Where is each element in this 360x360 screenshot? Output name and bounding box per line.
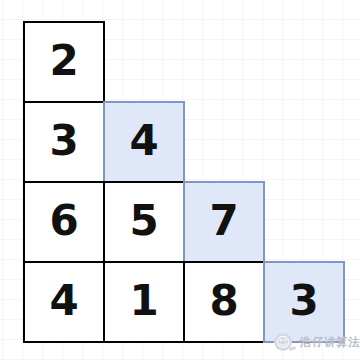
cell-value: 6 bbox=[49, 200, 78, 242]
canvas: 2346574183 ☺ 浩仔讲算法 bbox=[0, 0, 360, 360]
grid-cell-r4c4: 3 bbox=[263, 261, 345, 343]
watermark-avatar-tail-icon bbox=[289, 346, 296, 350]
grid-cell-r4c3: 8 bbox=[183, 261, 265, 343]
cell-value: 3 bbox=[49, 120, 78, 162]
grid-cell-r4c2: 1 bbox=[103, 261, 185, 343]
cell-value: 7 bbox=[209, 200, 238, 242]
cell-value: 8 bbox=[209, 280, 238, 322]
grid-cell-r3c1: 6 bbox=[23, 181, 105, 263]
grid-cell-r2c1: 3 bbox=[23, 101, 105, 183]
grid-cell-r4c1: 4 bbox=[23, 261, 105, 343]
cell-value: 4 bbox=[129, 120, 158, 162]
cell-value: 5 bbox=[129, 200, 158, 242]
grid-cell-r3c2: 5 bbox=[103, 181, 185, 263]
cell-value: 2 bbox=[49, 40, 78, 82]
cell-value: 3 bbox=[289, 280, 318, 322]
watermark-text: 浩仔讲算法 bbox=[300, 335, 360, 350]
grid-cell-r2c2: 4 bbox=[103, 101, 185, 183]
grid-cell-r1c1: 2 bbox=[23, 21, 105, 103]
grid-cell-r3c3: 7 bbox=[183, 181, 265, 263]
watermark: ☺ 浩仔讲算法 bbox=[274, 332, 360, 352]
cell-value: 1 bbox=[129, 280, 158, 322]
cell-value: 4 bbox=[49, 280, 78, 322]
